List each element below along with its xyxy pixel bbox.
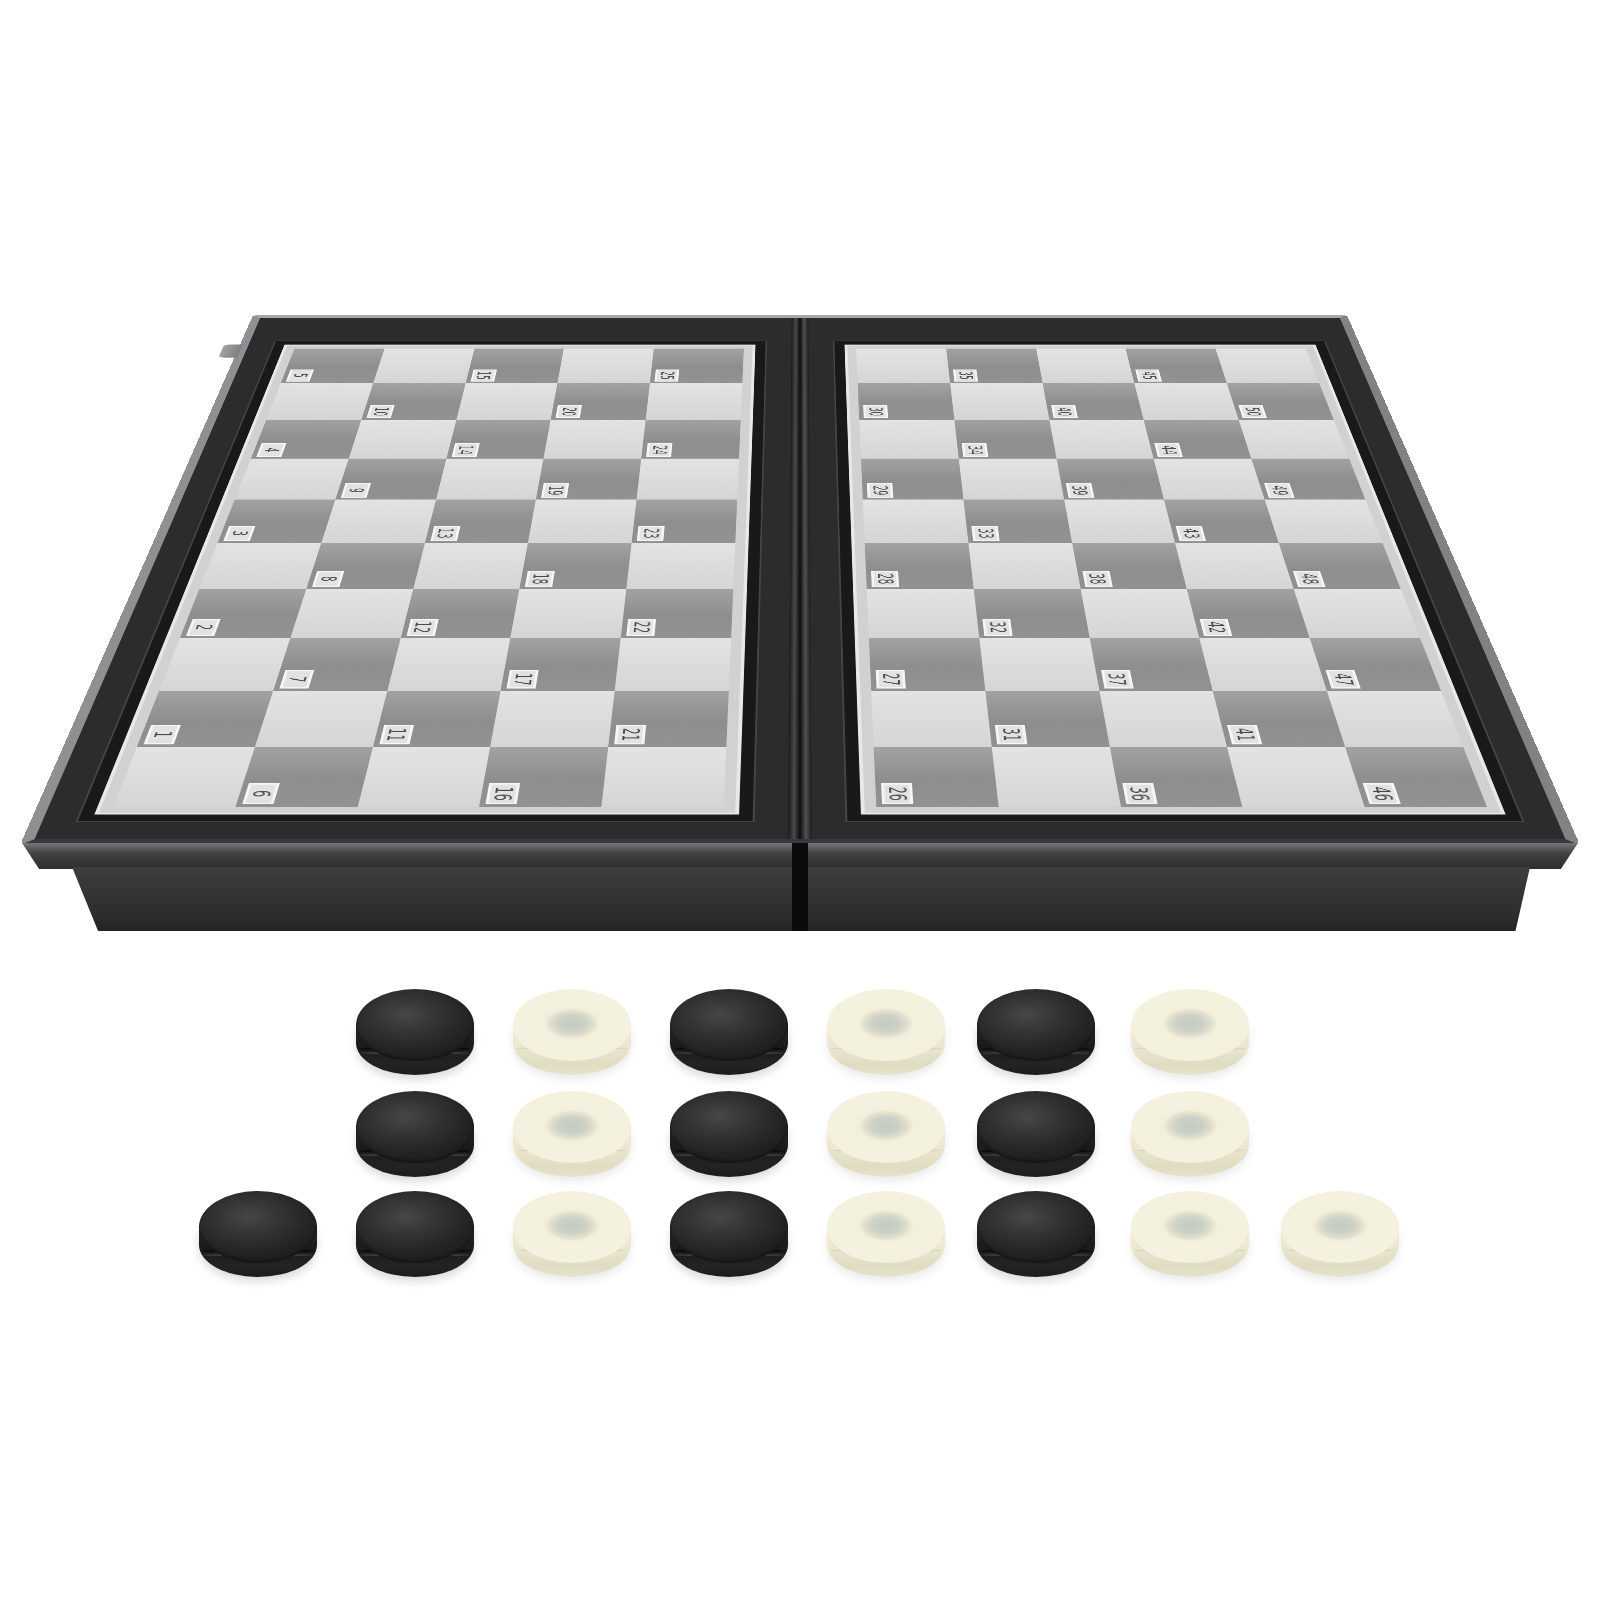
board-square[interactable]: [1036, 349, 1135, 384]
board-square[interactable]: 2: [180, 589, 306, 638]
square-number-label: 15: [470, 370, 496, 382]
board-square[interactable]: 24: [641, 420, 740, 459]
board-square[interactable]: 20: [551, 383, 650, 420]
board-square[interactable]: 45: [1126, 349, 1227, 384]
board-square[interactable]: 5: [281, 349, 385, 384]
black-checker-piece[interactable]: [356, 989, 474, 1075]
board-square[interactable]: 12: [400, 589, 519, 638]
board-square[interactable]: 44: [1144, 420, 1251, 459]
board-square[interactable]: [859, 420, 958, 459]
square-number-label: 43: [1176, 526, 1206, 541]
board-square[interactable]: 4: [251, 420, 361, 459]
board-square[interactable]: [950, 383, 1049, 420]
board-square[interactable]: 9: [335, 458, 446, 499]
square-number-label: 40: [1051, 405, 1078, 418]
board-square[interactable]: [349, 420, 456, 459]
board-square[interactable]: [602, 747, 727, 807]
board-square[interactable]: [1049, 420, 1154, 459]
board-square[interactable]: 25: [650, 349, 744, 384]
board-square[interactable]: [1216, 349, 1320, 384]
piece-top: [199, 1191, 317, 1263]
piece-top: [1131, 1091, 1249, 1163]
board-square[interactable]: [1200, 638, 1327, 690]
square-number-label: 12: [406, 619, 438, 636]
board-square[interactable]: 1: [137, 691, 273, 747]
white-checker-piece[interactable]: [513, 1091, 631, 1177]
square-number-label: 13: [430, 526, 460, 541]
black-checker-piece[interactable]: [977, 1191, 1095, 1277]
printed-checker-sheet-right: 3545304050344429394933432838483242273747…: [845, 345, 1506, 815]
board-square[interactable]: 19: [536, 458, 641, 499]
piece-top: [670, 989, 788, 1061]
board-square[interactable]: [1227, 747, 1364, 807]
square-number-label: 6: [242, 783, 280, 804]
square-number-label: 31: [995, 725, 1027, 745]
board-square[interactable]: 6: [235, 747, 372, 807]
square-number-label: 19: [541, 483, 569, 497]
board-square[interactable]: 29: [861, 458, 963, 499]
board-square[interactable]: 36: [1109, 747, 1242, 807]
board-square[interactable]: 34: [954, 420, 1056, 459]
board-square[interactable]: 48: [1279, 543, 1401, 589]
black-checker-piece[interactable]: [977, 989, 1095, 1075]
square-number-label: 16: [486, 783, 521, 804]
square-number-label: 47: [1326, 670, 1361, 688]
square-number-label: 39: [1066, 483, 1094, 497]
piece-top: [977, 989, 1095, 1061]
square-number-label: 37: [1101, 670, 1134, 688]
board-square[interactable]: [1154, 458, 1265, 499]
white-checker-piece[interactable]: [827, 1191, 945, 1277]
board-square[interactable]: [558, 349, 654, 384]
board-left-half: 5152510204142491931323818212227171112161…: [35, 318, 792, 840]
piece-top: [513, 1091, 631, 1163]
board-square[interactable]: [357, 747, 490, 807]
piece-top: [670, 1191, 788, 1263]
board-square[interactable]: [436, 458, 544, 499]
square-number-label: 20: [556, 405, 582, 418]
board-base-right: [804, 867, 1530, 931]
board-square[interactable]: 43: [1164, 499, 1279, 542]
board-square[interactable]: [1064, 499, 1176, 542]
board-square[interactable]: [615, 638, 731, 690]
board-square[interactable]: 27: [869, 638, 985, 690]
square-number-label: 45: [1136, 370, 1163, 382]
board-square[interactable]: 42: [1187, 589, 1310, 638]
square-number-label: 26: [881, 783, 913, 804]
square-number-label: 14: [451, 443, 479, 456]
piece-top: [670, 1091, 788, 1163]
piece-top: [356, 1191, 474, 1263]
board-square[interactable]: [1327, 691, 1463, 747]
hinge-clasp-tab: [218, 345, 243, 358]
piece-top: [977, 1091, 1095, 1163]
board-square[interactable]: [959, 458, 1064, 499]
white-checker-piece[interactable]: [827, 1091, 945, 1177]
board-square[interactable]: [387, 638, 511, 690]
board-square[interactable]: 23: [632, 499, 737, 542]
board-square[interactable]: [1294, 589, 1420, 638]
square-number-label: 32: [982, 619, 1012, 636]
board-square[interactable]: [871, 691, 991, 747]
board-square[interactable]: [528, 499, 637, 542]
board-square[interactable]: [266, 383, 373, 420]
board-hinge-gap: [792, 843, 808, 931]
square-number-label: 9: [341, 483, 371, 497]
board-square[interactable]: [511, 589, 627, 638]
piece-top: [827, 989, 945, 1061]
piece-top: [977, 1191, 1095, 1263]
board-square[interactable]: 38: [1072, 543, 1187, 589]
board-right-half: 3545304050344429394933432838483242273747…: [808, 318, 1565, 840]
black-checker-piece[interactable]: [356, 1091, 474, 1177]
square-number-label: 49: [1264, 483, 1294, 497]
board-square[interactable]: [290, 589, 413, 638]
board-square[interactable]: [321, 499, 436, 542]
white-checker-piece[interactable]: [827, 989, 945, 1075]
piece-top: [356, 1091, 474, 1163]
board-square[interactable]: 8: [306, 543, 425, 589]
board-square[interactable]: [1239, 420, 1349, 459]
square-number-label: 29: [867, 483, 893, 497]
board-square[interactable]: [992, 747, 1121, 807]
board-square[interactable]: [255, 691, 387, 747]
square-number-label: 1: [144, 725, 182, 745]
square-number-label: 41: [1227, 725, 1262, 745]
piece-top: [827, 1091, 945, 1163]
board-square[interactable]: 30: [858, 383, 954, 420]
board-square[interactable]: 7: [273, 638, 400, 690]
board-square[interactable]: 40: [1042, 383, 1144, 420]
board-square[interactable]: 15: [465, 349, 564, 384]
square-number-label: 30: [863, 405, 888, 418]
board-grid-right: 3545304050344429394933432838483242273747…: [856, 349, 1487, 807]
board-square[interactable]: [1080, 589, 1199, 638]
square-number-label: 4: [256, 443, 286, 456]
board-square[interactable]: 13: [425, 499, 537, 542]
board-square[interactable]: 18: [520, 543, 632, 589]
board-top-surface: 5152510204142491931323818212227171112161…: [20, 315, 1580, 845]
board-square[interactable]: 39: [1056, 458, 1164, 499]
black-checker-piece[interactable]: [670, 1191, 788, 1277]
piece-top: [1131, 989, 1249, 1061]
board-square[interactable]: [646, 383, 743, 420]
board-square[interactable]: [979, 638, 1099, 690]
board-square[interactable]: 28: [865, 543, 974, 589]
board-square[interactable]: 11: [373, 691, 501, 747]
square-number-label: 33: [971, 526, 999, 541]
board-square[interactable]: [544, 420, 646, 459]
board-square[interactable]: 37: [1089, 638, 1213, 690]
black-checker-piece[interactable]: [670, 989, 788, 1075]
square-number-label: 48: [1293, 571, 1326, 587]
square-number-label: 2: [186, 619, 221, 636]
board-square[interactable]: [1135, 383, 1239, 420]
board-square[interactable]: 50: [1227, 383, 1334, 420]
board-square[interactable]: [626, 543, 735, 589]
board-square[interactable]: 31: [985, 691, 1109, 747]
square-number-label: 24: [646, 443, 672, 456]
black-checker-piece[interactable]: [977, 1091, 1095, 1177]
square-number-label: 38: [1082, 571, 1112, 587]
square-number-label: 25: [655, 370, 680, 382]
white-checker-piece[interactable]: [1131, 1191, 1249, 1277]
board-square[interactable]: [968, 543, 1080, 589]
square-number-label: 8: [312, 571, 344, 587]
board-square[interactable]: 16: [479, 747, 608, 807]
board-square[interactable]: [373, 349, 474, 384]
piece-top: [1131, 1191, 1249, 1263]
board-square[interactable]: 47: [1310, 638, 1441, 690]
square-number-label: 42: [1200, 619, 1233, 636]
board-square[interactable]: [235, 458, 349, 499]
board-square[interactable]: 21: [608, 691, 728, 747]
board-square[interactable]: 14: [446, 420, 551, 459]
board-square[interactable]: [1265, 499, 1383, 542]
board-grid-left: 5152510204142491931323818212227171112161…: [113, 349, 744, 807]
board-square[interactable]: [159, 638, 290, 690]
square-number-label: 50: [1239, 405, 1267, 418]
square-number-label: 10: [366, 405, 394, 418]
square-number-label: 27: [876, 670, 906, 688]
board-square[interactable]: 41: [1213, 691, 1345, 747]
black-checker-piece[interactable]: [199, 1191, 317, 1277]
square-number-label: 17: [507, 670, 539, 688]
board-square[interactable]: 22: [621, 589, 733, 638]
square-number-label: 46: [1363, 783, 1401, 804]
piece-top: [827, 1191, 945, 1263]
board-square[interactable]: [867, 589, 979, 638]
square-number-label: 7: [279, 670, 314, 688]
black-checker-piece[interactable]: [356, 1191, 474, 1277]
board-square[interactable]: 3: [218, 499, 336, 542]
square-number-label: 18: [525, 571, 555, 587]
board-square[interactable]: [456, 383, 558, 420]
board-square[interactable]: 32: [974, 589, 1090, 638]
square-number-label: 21: [614, 725, 646, 745]
board-square[interactable]: [637, 458, 739, 499]
square-number-label: 3: [223, 526, 255, 541]
square-number-label: 28: [871, 571, 899, 587]
board-square[interactable]: [1099, 691, 1227, 747]
square-number-label: 36: [1122, 783, 1157, 804]
piece-top: [513, 1191, 631, 1263]
white-checker-piece[interactable]: [1281, 1191, 1399, 1277]
square-number-label: 5: [286, 370, 314, 382]
board-square[interactable]: [113, 747, 255, 807]
board-square[interactable]: 49: [1251, 458, 1365, 499]
board-square[interactable]: 26: [874, 747, 999, 807]
square-number-label: 23: [637, 526, 665, 541]
white-checker-piece[interactable]: [513, 989, 631, 1075]
square-number-label: 22: [626, 619, 656, 636]
board-square[interactable]: [491, 691, 615, 747]
square-number-label: 34: [962, 443, 989, 456]
white-checker-piece[interactable]: [1131, 989, 1249, 1075]
board-square[interactable]: 10: [361, 383, 465, 420]
board-square[interactable]: [1175, 543, 1294, 589]
board-square[interactable]: [863, 499, 968, 542]
board-square[interactable]: [856, 349, 950, 384]
piece-top: [513, 989, 631, 1061]
board-square[interactable]: 17: [501, 638, 621, 690]
board-square[interactable]: 35: [946, 349, 1042, 384]
printed-checker-sheet-left: 5152510204142491931323818212227171112161…: [94, 345, 755, 815]
board-square[interactable]: 33: [963, 499, 1072, 542]
board: 5152510204142491931323818212227171112161…: [20, 315, 1580, 845]
board-base-left: [72, 867, 796, 931]
square-number-label: 11: [379, 725, 414, 745]
square-number-label: 35: [953, 370, 978, 382]
white-checker-piece[interactable]: [1131, 1091, 1249, 1177]
board-square[interactable]: [199, 543, 321, 589]
white-checker-piece[interactable]: [513, 1191, 631, 1277]
board-square[interactable]: [413, 543, 528, 589]
square-number-label: 44: [1155, 443, 1183, 456]
board-square[interactable]: 46: [1345, 747, 1487, 807]
black-checker-piece[interactable]: [670, 1091, 788, 1177]
piece-top: [1281, 1191, 1399, 1263]
piece-top: [356, 989, 474, 1061]
